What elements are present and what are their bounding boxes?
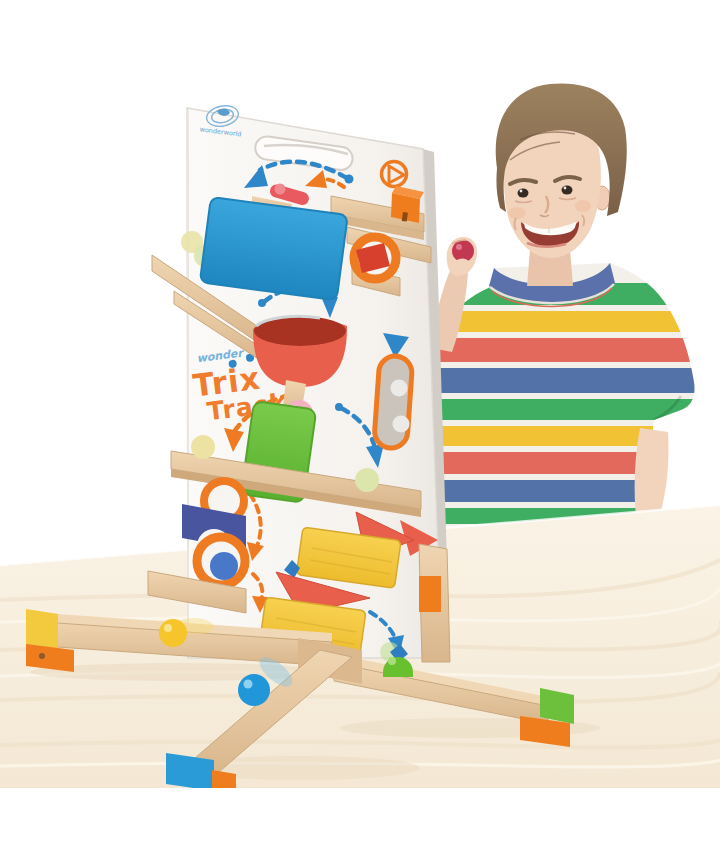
orange-clamp bbox=[419, 576, 441, 612]
blue-ball bbox=[238, 674, 270, 706]
slot-hole bbox=[391, 380, 408, 397]
boy-figure bbox=[418, 83, 708, 560]
blue-ball-in-ring bbox=[210, 552, 238, 580]
eye-glint bbox=[564, 187, 567, 190]
yellow-foot-block bbox=[26, 609, 58, 649]
cheek-blush bbox=[508, 207, 526, 219]
arrow-dot bbox=[335, 403, 343, 411]
eye-left bbox=[518, 189, 529, 198]
boy-forearm bbox=[635, 428, 669, 518]
arrow-dot bbox=[345, 175, 354, 184]
ball-highlight bbox=[244, 680, 253, 689]
shirt-stripe bbox=[418, 338, 708, 362]
board-window-slot bbox=[374, 355, 413, 449]
pale-yellow-ball bbox=[191, 435, 215, 459]
red-stick-tip bbox=[275, 184, 286, 195]
pale-green-ball bbox=[355, 468, 379, 492]
shirt-stripe bbox=[418, 399, 708, 420]
product-photo: wonderworld bbox=[0, 0, 720, 855]
arrow-dot bbox=[258, 299, 266, 307]
ball-highlight bbox=[164, 624, 172, 632]
ball-highlight bbox=[388, 657, 396, 665]
eye-right bbox=[562, 186, 573, 195]
eye-glint bbox=[520, 190, 523, 193]
peg-hole bbox=[39, 653, 45, 659]
slot-hole bbox=[393, 416, 410, 433]
yellow-ball bbox=[159, 619, 187, 647]
blue-ramp-panel bbox=[200, 197, 348, 300]
shirt-stripe bbox=[418, 368, 708, 393]
orange-cube-block bbox=[391, 186, 424, 223]
bottom-margin bbox=[0, 788, 720, 855]
slot-opening bbox=[374, 355, 413, 449]
photo-canvas: wonderworld bbox=[0, 0, 720, 855]
ball-highlight bbox=[456, 244, 462, 250]
cheek-blush bbox=[575, 200, 591, 212]
